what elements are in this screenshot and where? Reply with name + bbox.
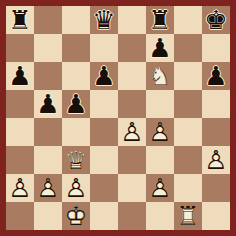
square-b5[interactable]: ♟ xyxy=(34,90,62,118)
white-pawn-icon[interactable]: ♙ xyxy=(146,118,174,146)
square-e6[interactable] xyxy=(118,62,146,90)
square-a6[interactable]: ♟ xyxy=(6,62,34,90)
square-d8[interactable]: ♛ xyxy=(90,6,118,34)
square-b8[interactable] xyxy=(34,6,62,34)
square-a8[interactable]: ♜ xyxy=(6,6,34,34)
square-h3[interactable]: ♟♙ xyxy=(202,146,230,174)
white-pawn-fill: ♟ xyxy=(34,174,62,202)
square-h5[interactable] xyxy=(202,90,230,118)
square-h1[interactable] xyxy=(202,202,230,230)
black-pawn-icon[interactable]: ♟ xyxy=(62,90,90,118)
square-g3[interactable] xyxy=(174,146,202,174)
white-rook-fill: ♜ xyxy=(174,202,202,230)
white-pawn-fill: ♟ xyxy=(146,118,174,146)
square-b7[interactable] xyxy=(34,34,62,62)
white-rook-icon[interactable]: ♖ xyxy=(174,202,202,230)
square-e5[interactable] xyxy=(118,90,146,118)
square-c3[interactable]: ♛♕ xyxy=(62,146,90,174)
square-f3[interactable] xyxy=(146,146,174,174)
white-pawn-fill: ♟ xyxy=(146,174,174,202)
square-f4[interactable]: ♟♙ xyxy=(146,118,174,146)
white-pawn-fill: ♟ xyxy=(6,174,34,202)
square-h8[interactable]: ♚ xyxy=(202,6,230,34)
square-d1[interactable] xyxy=(90,202,118,230)
black-pawn-icon[interactable]: ♟ xyxy=(146,34,174,62)
square-a5[interactable] xyxy=(6,90,34,118)
square-g5[interactable] xyxy=(174,90,202,118)
square-c2[interactable]: ♟♙ xyxy=(62,174,90,202)
square-b6[interactable] xyxy=(34,62,62,90)
square-a2[interactable]: ♟♙ xyxy=(6,174,34,202)
white-pawn-fill: ♟ xyxy=(202,146,230,174)
square-d3[interactable] xyxy=(90,146,118,174)
chess-board: ♜♛♜♚♟♟♟♞♘♟♟♟♟♙♟♙♛♕♟♙♟♙♟♙♟♙♟♙♚♔♜♖ xyxy=(6,6,230,230)
white-pawn-icon[interactable]: ♙ xyxy=(62,174,90,202)
white-pawn-icon[interactable]: ♙ xyxy=(146,174,174,202)
square-a4[interactable] xyxy=(6,118,34,146)
white-queen-fill: ♛ xyxy=(62,146,90,174)
square-b2[interactable]: ♟♙ xyxy=(34,174,62,202)
square-e7[interactable] xyxy=(118,34,146,62)
square-d5[interactable] xyxy=(90,90,118,118)
square-e2[interactable] xyxy=(118,174,146,202)
black-rook-icon[interactable]: ♜ xyxy=(6,6,34,34)
square-e1[interactable] xyxy=(118,202,146,230)
square-c4[interactable] xyxy=(62,118,90,146)
square-b1[interactable] xyxy=(34,202,62,230)
square-g6[interactable] xyxy=(174,62,202,90)
white-knight-icon[interactable]: ♘ xyxy=(146,62,174,90)
square-f6[interactable]: ♞♘ xyxy=(146,62,174,90)
square-f1[interactable] xyxy=(146,202,174,230)
square-d7[interactable] xyxy=(90,34,118,62)
square-d2[interactable] xyxy=(90,174,118,202)
square-e3[interactable] xyxy=(118,146,146,174)
square-c8[interactable] xyxy=(62,6,90,34)
square-g2[interactable] xyxy=(174,174,202,202)
square-h7[interactable] xyxy=(202,34,230,62)
square-c1[interactable]: ♚♔ xyxy=(62,202,90,230)
square-a3[interactable] xyxy=(6,146,34,174)
square-c7[interactable] xyxy=(62,34,90,62)
square-g7[interactable] xyxy=(174,34,202,62)
square-h4[interactable] xyxy=(202,118,230,146)
square-e8[interactable] xyxy=(118,6,146,34)
white-pawn-icon[interactable]: ♙ xyxy=(118,118,146,146)
white-pawn-fill: ♟ xyxy=(118,118,146,146)
square-c6[interactable] xyxy=(62,62,90,90)
square-g1[interactable]: ♜♖ xyxy=(174,202,202,230)
black-king-icon[interactable]: ♚ xyxy=(202,6,230,34)
square-b4[interactable] xyxy=(34,118,62,146)
white-pawn-icon[interactable]: ♙ xyxy=(202,146,230,174)
white-king-fill: ♚ xyxy=(62,202,90,230)
white-pawn-fill: ♟ xyxy=(62,174,90,202)
black-pawn-icon[interactable]: ♟ xyxy=(202,62,230,90)
square-a7[interactable] xyxy=(6,34,34,62)
white-king-icon[interactable]: ♔ xyxy=(62,202,90,230)
black-rook-icon[interactable]: ♜ xyxy=(146,6,174,34)
white-queen-icon[interactable]: ♕ xyxy=(62,146,90,174)
black-pawn-icon[interactable]: ♟ xyxy=(34,90,62,118)
chess-board-frame: ♜♛♜♚♟♟♟♞♘♟♟♟♟♙♟♙♛♕♟♙♟♙♟♙♟♙♟♙♚♔♜♖ xyxy=(0,0,236,236)
square-g8[interactable] xyxy=(174,6,202,34)
black-pawn-icon[interactable]: ♟ xyxy=(6,62,34,90)
white-knight-fill: ♞ xyxy=(146,62,174,90)
white-pawn-icon[interactable]: ♙ xyxy=(6,174,34,202)
square-c5[interactable]: ♟ xyxy=(62,90,90,118)
square-b3[interactable] xyxy=(34,146,62,174)
square-e4[interactable]: ♟♙ xyxy=(118,118,146,146)
white-pawn-icon[interactable]: ♙ xyxy=(34,174,62,202)
square-f2[interactable]: ♟♙ xyxy=(146,174,174,202)
square-f5[interactable] xyxy=(146,90,174,118)
square-d6[interactable]: ♟ xyxy=(90,62,118,90)
square-a1[interactable] xyxy=(6,202,34,230)
square-f7[interactable]: ♟ xyxy=(146,34,174,62)
square-h6[interactable]: ♟ xyxy=(202,62,230,90)
square-d4[interactable] xyxy=(90,118,118,146)
black-queen-icon[interactable]: ♛ xyxy=(90,6,118,34)
square-g4[interactable] xyxy=(174,118,202,146)
black-pawn-icon[interactable]: ♟ xyxy=(90,62,118,90)
square-h2[interactable] xyxy=(202,174,230,202)
square-f8[interactable]: ♜ xyxy=(146,6,174,34)
